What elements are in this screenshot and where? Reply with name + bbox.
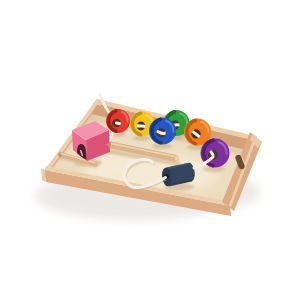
toy-scene [0,0,300,300]
product-photo: Overhead angled photo of a wooden lacing… [0,0,300,300]
